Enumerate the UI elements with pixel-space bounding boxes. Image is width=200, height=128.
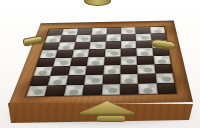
square-e3[interactable] [103,65,121,75]
square-d1[interactable] [82,84,102,95]
square-f3[interactable] [120,65,137,74]
square-c3[interactable] [68,66,87,76]
square-h3[interactable] [154,64,172,73]
square-e2[interactable] [102,74,120,84]
square-f2[interactable] [120,74,138,84]
square-f4[interactable] [120,56,137,65]
square-c1[interactable] [64,85,84,96]
chess-board [26,27,176,97]
square-d4[interactable] [87,57,105,66]
square-h2[interactable] [155,73,174,83]
board-area [26,27,176,97]
square-c4[interactable] [70,57,88,66]
square-f1[interactable] [120,84,139,95]
square-g4[interactable] [137,56,154,65]
square-d2[interactable] [84,75,103,85]
square-h4[interactable] [153,56,171,65]
square-g3[interactable] [137,64,155,73]
square-c2[interactable] [66,75,86,85]
photo-background [0,0,200,128]
square-h1[interactable] [156,83,176,94]
brass-front-handle [96,115,126,122]
square-e1[interactable] [101,84,120,95]
square-d3[interactable] [85,65,103,75]
square-g1[interactable] [138,83,157,94]
square-e4[interactable] [104,57,121,66]
chess-board-box [8,21,193,106]
square-g2[interactable] [138,73,157,83]
